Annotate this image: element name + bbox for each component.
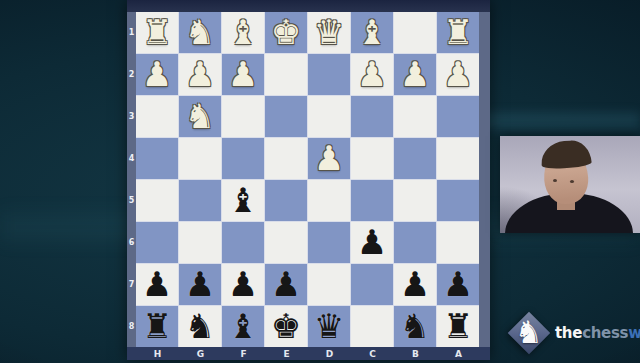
vignette-overlay	[0, 0, 640, 363]
video-frame: 12345678 ♜♞♝♚♛♝♜♟♟♟♟♟♟♞♟♝♟♟♟♟♟♟♟♜♞♝♚♛♞♜ …	[0, 0, 640, 363]
